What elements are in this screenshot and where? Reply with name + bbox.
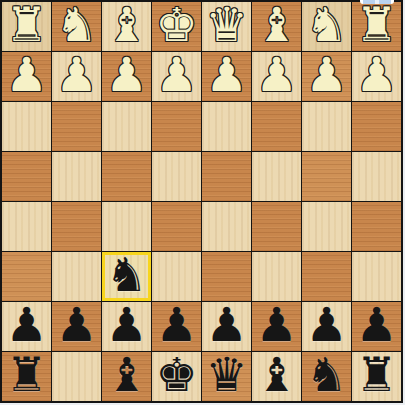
- square-f1[interactable]: ♝: [102, 2, 151, 51]
- square-h6[interactable]: [2, 252, 51, 301]
- square-g7[interactable]: ♟: [52, 302, 101, 351]
- black-pawn[interactable]: ♟: [255, 302, 297, 348]
- black-pawn[interactable]: ♟: [355, 302, 397, 348]
- square-g6[interactable]: [52, 252, 101, 301]
- black-pawn[interactable]: ♟: [55, 302, 97, 348]
- white-knight[interactable]: ♞: [305, 2, 347, 48]
- black-rook[interactable]: ♜: [355, 352, 397, 398]
- square-f3[interactable]: [102, 102, 151, 151]
- square-e4[interactable]: [152, 152, 201, 201]
- square-e7[interactable]: ♟: [152, 302, 201, 351]
- square-h4[interactable]: [2, 152, 51, 201]
- square-g3[interactable]: [52, 102, 101, 151]
- square-b2[interactable]: ♟: [302, 52, 351, 101]
- square-g4[interactable]: [52, 152, 101, 201]
- square-a7[interactable]: ♟: [352, 302, 401, 351]
- square-f8[interactable]: ♝: [102, 352, 151, 401]
- square-b6[interactable]: [302, 252, 351, 301]
- white-knight[interactable]: ♞: [55, 2, 97, 48]
- square-c2[interactable]: ♟: [252, 52, 301, 101]
- square-a1[interactable]: ♜: [352, 2, 401, 51]
- square-b4[interactable]: [302, 152, 351, 201]
- square-c7[interactable]: ♟: [252, 302, 301, 351]
- square-a3[interactable]: [352, 102, 401, 151]
- square-b1[interactable]: ♞: [302, 2, 351, 51]
- square-d7[interactable]: ♟: [202, 302, 251, 351]
- black-pawn[interactable]: ♟: [205, 302, 247, 348]
- black-rook[interactable]: ♜: [5, 352, 47, 398]
- square-c8[interactable]: ♝: [252, 352, 301, 401]
- square-g8[interactable]: [52, 352, 101, 401]
- square-h8[interactable]: ♜: [2, 352, 51, 401]
- square-b8[interactable]: ♞: [302, 352, 351, 401]
- square-g5[interactable]: [52, 202, 101, 251]
- square-c5[interactable]: [252, 202, 301, 251]
- black-pawn[interactable]: ♟: [305, 302, 347, 348]
- square-e1[interactable]: ♚: [152, 2, 201, 51]
- square-d6[interactable]: [202, 252, 251, 301]
- black-knight[interactable]: ♞: [105, 252, 147, 298]
- square-b5[interactable]: [302, 202, 351, 251]
- black-knight[interactable]: ♞: [305, 352, 347, 398]
- square-c1[interactable]: ♝: [252, 2, 301, 51]
- square-b7[interactable]: ♟: [302, 302, 351, 351]
- black-queen[interactable]: ♛: [205, 352, 247, 398]
- black-pawn[interactable]: ♟: [155, 302, 197, 348]
- white-king[interactable]: ♚: [155, 2, 197, 48]
- white-pawn[interactable]: ♟: [355, 52, 397, 98]
- square-f4[interactable]: [102, 152, 151, 201]
- square-e2[interactable]: ♟: [152, 52, 201, 101]
- white-rook[interactable]: ♜: [355, 2, 397, 48]
- square-h1[interactable]: ♜: [2, 2, 51, 51]
- square-e6[interactable]: [152, 252, 201, 301]
- black-bishop[interactable]: ♝: [105, 352, 147, 398]
- square-h5[interactable]: [2, 202, 51, 251]
- square-a6[interactable]: [352, 252, 401, 301]
- black-pawn[interactable]: ♟: [5, 302, 47, 348]
- white-queen[interactable]: ♛: [205, 2, 247, 48]
- square-f5[interactable]: [102, 202, 151, 251]
- white-pawn[interactable]: ♟: [255, 52, 297, 98]
- square-e3[interactable]: [152, 102, 201, 151]
- square-d3[interactable]: [202, 102, 251, 151]
- white-pawn[interactable]: ♟: [305, 52, 347, 98]
- square-h7[interactable]: ♟: [2, 302, 51, 351]
- background-window-fragment: [360, 0, 394, 4]
- square-c6[interactable]: [252, 252, 301, 301]
- white-rook[interactable]: ♜: [5, 2, 47, 48]
- square-d2[interactable]: ♟: [202, 52, 251, 101]
- white-pawn[interactable]: ♟: [205, 52, 247, 98]
- square-h2[interactable]: ♟: [2, 52, 51, 101]
- square-d5[interactable]: [202, 202, 251, 251]
- square-c3[interactable]: [252, 102, 301, 151]
- square-e5[interactable]: [152, 202, 201, 251]
- white-pawn[interactable]: ♟: [155, 52, 197, 98]
- square-f7[interactable]: ♟: [102, 302, 151, 351]
- square-g1[interactable]: ♞: [52, 2, 101, 51]
- square-e8[interactable]: ♚: [152, 352, 201, 401]
- square-d4[interactable]: [202, 152, 251, 201]
- white-bishop[interactable]: ♝: [255, 2, 297, 48]
- white-pawn[interactable]: ♟: [55, 52, 97, 98]
- square-b3[interactable]: [302, 102, 351, 151]
- square-g2[interactable]: ♟: [52, 52, 101, 101]
- black-king[interactable]: ♚: [155, 352, 197, 398]
- square-a4[interactable]: [352, 152, 401, 201]
- chess-board: ♜♞♝♚♛♝♞♜♟♟♟♟♟♟♟♟♞♟♟♟♟♟♟♟♟♜♝♚♛♝♞♜: [0, 0, 403, 403]
- square-a5[interactable]: [352, 202, 401, 251]
- square-h3[interactable]: [2, 102, 51, 151]
- square-f6[interactable]: ♞: [102, 252, 151, 301]
- square-a8[interactable]: ♜: [352, 352, 401, 401]
- white-bishop[interactable]: ♝: [105, 2, 147, 48]
- black-bishop[interactable]: ♝: [255, 352, 297, 398]
- black-pawn[interactable]: ♟: [105, 302, 147, 348]
- square-a2[interactable]: ♟: [352, 52, 401, 101]
- white-pawn[interactable]: ♟: [5, 52, 47, 98]
- square-d1[interactable]: ♛: [202, 2, 251, 51]
- square-c4[interactable]: [252, 152, 301, 201]
- white-pawn[interactable]: ♟: [105, 52, 147, 98]
- page: ♜♞♝♚♛♝♞♜♟♟♟♟♟♟♟♟♞♟♟♟♟♟♟♟♟♜♝♚♛♝♞♜: [0, 0, 405, 405]
- square-d8[interactable]: ♛: [202, 352, 251, 401]
- square-f2[interactable]: ♟: [102, 52, 151, 101]
